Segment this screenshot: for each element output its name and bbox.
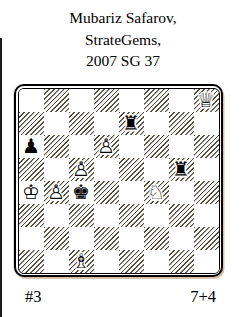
square-a4: ♚♔ bbox=[19, 181, 44, 204]
chess-board-inner-frame: ♛♕♜♜♟♟♟♙♟♙♜♜♚♔♟♙♚♚♞♘♝♗ bbox=[18, 88, 220, 274]
piece-glyph: ♘ bbox=[144, 181, 169, 204]
square-d8 bbox=[94, 89, 119, 112]
square-b7 bbox=[44, 112, 69, 135]
square-f1 bbox=[144, 250, 169, 273]
square-e7: ♜♜ bbox=[119, 112, 144, 135]
white-queen-icon: ♛♕ bbox=[194, 89, 219, 112]
caption-row: #3 7+4 bbox=[0, 287, 246, 309]
square-h6 bbox=[194, 135, 219, 158]
square-d3 bbox=[94, 204, 119, 227]
square-h1 bbox=[194, 250, 219, 273]
black-king-icon: ♚♚ bbox=[69, 181, 94, 204]
square-e4 bbox=[119, 181, 144, 204]
stipulation-label: #3 bbox=[25, 287, 42, 307]
square-d7 bbox=[94, 112, 119, 135]
square-g2 bbox=[169, 227, 194, 250]
square-c2 bbox=[69, 227, 94, 250]
piece-glyph: ♚ bbox=[69, 181, 94, 204]
piece-glyph: ♕ bbox=[194, 89, 219, 112]
author-line: Mubariz Safarov, bbox=[0, 7, 246, 29]
piece-count-label: 7+4 bbox=[190, 287, 216, 307]
white-pawn-icon: ♟♙ bbox=[94, 135, 119, 158]
square-g3 bbox=[169, 204, 194, 227]
square-d4 bbox=[94, 181, 119, 204]
black-rook-icon: ♜♜ bbox=[169, 158, 194, 181]
square-f4: ♞♘ bbox=[144, 181, 169, 204]
square-e3 bbox=[119, 204, 144, 227]
piece-glyph: ♟ bbox=[19, 135, 44, 158]
square-f7 bbox=[144, 112, 169, 135]
square-g6 bbox=[169, 135, 194, 158]
square-c8 bbox=[69, 89, 94, 112]
white-pawn-icon: ♟♙ bbox=[44, 181, 69, 204]
square-e5 bbox=[119, 158, 144, 181]
square-g4 bbox=[169, 181, 194, 204]
square-a5 bbox=[19, 158, 44, 181]
black-rook-icon: ♜♜ bbox=[119, 112, 144, 135]
problem-id-line: 2007 SG 37 bbox=[0, 50, 246, 72]
square-h8: ♛♕ bbox=[194, 89, 219, 112]
square-a2 bbox=[19, 227, 44, 250]
square-h7 bbox=[194, 112, 219, 135]
square-a1 bbox=[19, 250, 44, 273]
square-b4: ♟♙ bbox=[44, 181, 69, 204]
piece-glyph: ♜ bbox=[119, 112, 144, 135]
square-h5 bbox=[194, 158, 219, 181]
square-e1 bbox=[119, 250, 144, 273]
white-bishop-icon: ♝♗ bbox=[69, 250, 94, 273]
square-b3 bbox=[44, 204, 69, 227]
piece-glyph: ♔ bbox=[19, 181, 44, 204]
square-d5 bbox=[94, 158, 119, 181]
square-c6 bbox=[69, 135, 94, 158]
square-e2 bbox=[119, 227, 144, 250]
square-f3 bbox=[144, 204, 169, 227]
square-h3 bbox=[194, 204, 219, 227]
square-a7 bbox=[19, 112, 44, 135]
square-b5 bbox=[44, 158, 69, 181]
square-f5 bbox=[144, 158, 169, 181]
square-g8 bbox=[169, 89, 194, 112]
square-c5: ♟♙ bbox=[69, 158, 94, 181]
square-a3 bbox=[19, 204, 44, 227]
white-pawn-icon: ♟♙ bbox=[69, 158, 94, 181]
square-c4: ♚♚ bbox=[69, 181, 94, 204]
square-e8 bbox=[119, 89, 144, 112]
piece-glyph: ♙ bbox=[94, 135, 119, 158]
square-c1: ♝♗ bbox=[69, 250, 94, 273]
square-b8 bbox=[44, 89, 69, 112]
piece-glyph: ♙ bbox=[44, 181, 69, 204]
problem-title: Mubariz Safarov, StrateGems, 2007 SG 37 bbox=[0, 7, 246, 72]
piece-glyph: ♙ bbox=[69, 158, 94, 181]
white-king-icon: ♚♔ bbox=[19, 181, 44, 204]
black-pawn-icon: ♟♟ bbox=[19, 135, 44, 158]
source-line: StrateGems, bbox=[0, 29, 246, 51]
piece-glyph: ♜ bbox=[169, 158, 194, 181]
square-g5: ♜♜ bbox=[169, 158, 194, 181]
square-f8 bbox=[144, 89, 169, 112]
chess-board: ♛♕♜♜♟♟♟♙♟♙♜♜♚♔♟♙♚♚♞♘♝♗ bbox=[19, 89, 219, 273]
square-a8 bbox=[19, 89, 44, 112]
square-c7 bbox=[69, 112, 94, 135]
square-b2 bbox=[44, 227, 69, 250]
square-b6 bbox=[44, 135, 69, 158]
square-g1 bbox=[169, 250, 194, 273]
chess-board-frame: ♛♕♜♜♟♟♟♙♟♙♜♜♚♔♟♙♚♚♞♘♝♗ bbox=[14, 84, 223, 277]
page-edge-line bbox=[0, 38, 2, 317]
square-h4 bbox=[194, 181, 219, 204]
square-e6 bbox=[119, 135, 144, 158]
square-g7 bbox=[169, 112, 194, 135]
white-knight-icon: ♞♘ bbox=[144, 181, 169, 204]
square-h2 bbox=[194, 227, 219, 250]
square-f2 bbox=[144, 227, 169, 250]
square-d2 bbox=[94, 227, 119, 250]
square-b1 bbox=[44, 250, 69, 273]
square-a6: ♟♟ bbox=[19, 135, 44, 158]
square-c3 bbox=[69, 204, 94, 227]
square-d6: ♟♙ bbox=[94, 135, 119, 158]
square-f6 bbox=[144, 135, 169, 158]
piece-glyph: ♗ bbox=[69, 250, 94, 273]
square-d1 bbox=[94, 250, 119, 273]
